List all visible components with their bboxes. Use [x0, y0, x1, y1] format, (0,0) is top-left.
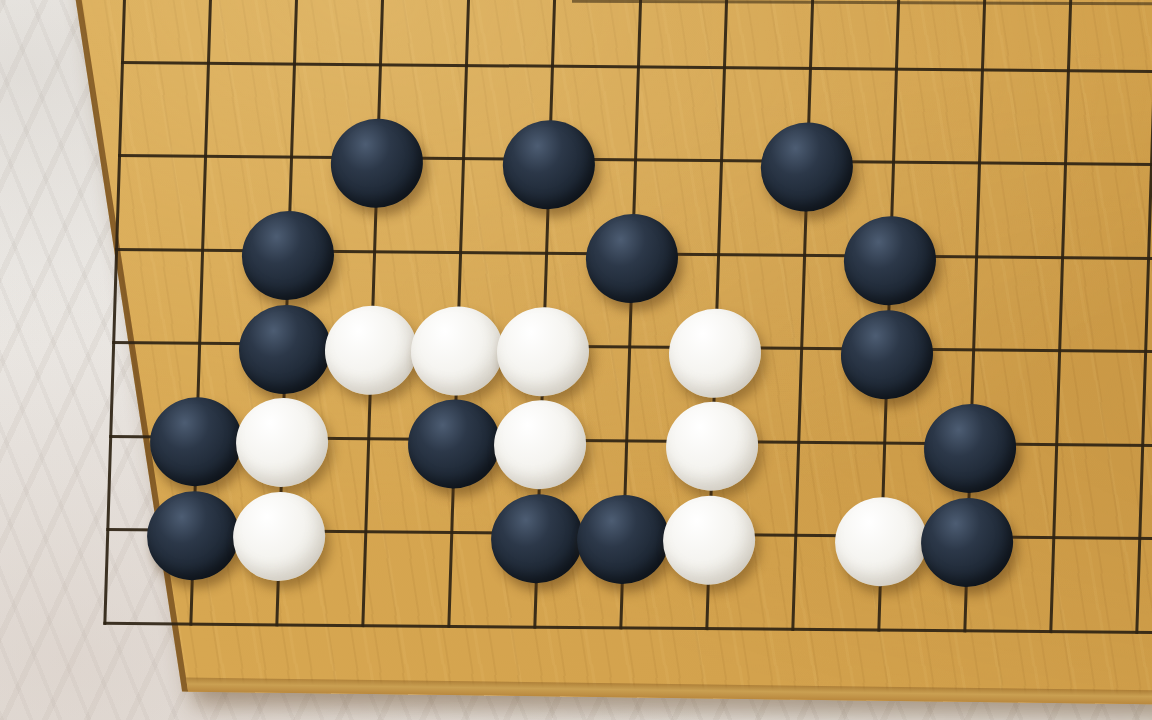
board-grid — [0, 0, 1152, 720]
stone-black-F6 — [501, 119, 596, 209]
stone-black-G2 — [576, 494, 671, 584]
stone-black-B3 — [149, 397, 244, 487]
stone-black-C5 — [241, 211, 336, 301]
stone-black-B2 — [146, 490, 241, 580]
stone-white-E4 — [410, 306, 505, 396]
stone-black-K5 — [843, 216, 938, 306]
stone-black-L2 — [920, 497, 1015, 587]
stone-white-D4 — [324, 305, 419, 395]
stone-white-H4 — [668, 308, 763, 398]
stone-black-C4 — [238, 304, 333, 394]
stone-white-K2 — [834, 496, 929, 586]
stone-black-E3 — [407, 399, 502, 489]
stone-black-D6 — [329, 118, 424, 208]
stone-white-H2 — [662, 495, 757, 585]
stone-black-L3 — [923, 404, 1018, 494]
stone-white-C2 — [232, 491, 327, 581]
grid-line-horizontal-1 — [103, 621, 1152, 634]
stone-white-F4 — [496, 306, 591, 396]
go-board-photo — [0, 0, 1152, 720]
stone-black-F2 — [490, 493, 585, 583]
stone-black-G5 — [585, 214, 680, 304]
stone-black-J6 — [759, 122, 854, 212]
stone-white-C3 — [235, 398, 330, 488]
stone-black-K4 — [840, 309, 935, 399]
stone-white-F3 — [493, 400, 588, 490]
grid-line-vertical-A — [103, 0, 128, 625]
stone-white-H3 — [665, 401, 760, 491]
